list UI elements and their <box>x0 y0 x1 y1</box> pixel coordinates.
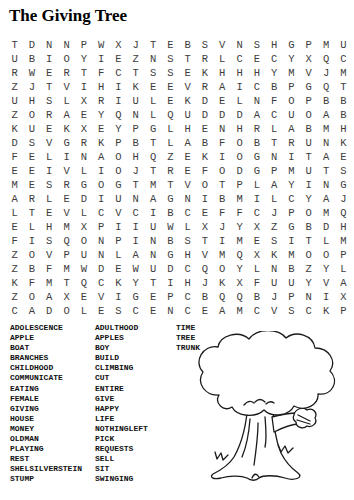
grid-cell[interactable]: T <box>41 80 58 94</box>
grid-cell[interactable]: L <box>265 192 282 206</box>
grid-cell[interactable]: E <box>58 192 75 206</box>
grid-cell[interactable]: Y <box>75 52 92 66</box>
grid-cell[interactable]: B <box>162 206 179 220</box>
grid-cell[interactable]: S <box>265 234 282 248</box>
grid-cell[interactable]: Z <box>6 262 23 276</box>
grid-cell[interactable]: T <box>6 38 23 52</box>
grid-cell[interactable]: E <box>196 122 213 136</box>
grid-cell[interactable]: A <box>144 192 161 206</box>
grid-cell[interactable]: Y <box>110 122 127 136</box>
grid-cell[interactable]: V <box>317 276 334 290</box>
grid-cell[interactable]: O <box>58 52 75 66</box>
grid-cell[interactable]: J <box>317 66 334 80</box>
grid-cell[interactable]: A <box>248 108 265 122</box>
grid-cell[interactable]: R <box>41 108 58 122</box>
grid-cell[interactable]: C <box>110 66 127 80</box>
grid-cell[interactable]: V <box>58 164 75 178</box>
grid-cell[interactable]: H <box>23 94 40 108</box>
grid-cell[interactable]: B <box>23 262 40 276</box>
grid-cell[interactable]: L <box>41 192 58 206</box>
grid-cell[interactable]: I <box>110 80 127 94</box>
grid-cell[interactable]: N <box>92 248 109 262</box>
grid-cell[interactable]: Z <box>6 248 23 262</box>
grid-cell[interactable]: M <box>58 262 75 276</box>
grid-cell[interactable]: K <box>317 304 334 318</box>
grid-cell[interactable]: E <box>6 164 23 178</box>
grid-cell[interactable]: T <box>144 38 161 52</box>
grid-cell[interactable]: H <box>179 248 196 262</box>
grid-cell[interactable]: G <box>248 164 265 178</box>
grid-cell[interactable]: S <box>179 234 196 248</box>
grid-cell[interactable]: L <box>144 108 161 122</box>
grid-cell[interactable]: B <box>196 290 213 304</box>
grid-cell[interactable]: Q <box>75 276 92 290</box>
grid-cell[interactable]: H <box>335 122 352 136</box>
grid-cell[interactable]: E <box>110 262 127 276</box>
grid-cell[interactable]: P <box>300 94 317 108</box>
grid-cell[interactable]: N <box>248 94 265 108</box>
grid-cell[interactable]: I <box>317 290 334 304</box>
grid-cell[interactable]: N <box>214 122 231 136</box>
grid-cell[interactable]: E <box>179 164 196 178</box>
grid-cell[interactable]: Q <box>144 150 161 164</box>
grid-cell[interactable]: J <box>214 220 231 234</box>
grid-cell[interactable]: X <box>75 220 92 234</box>
grid-cell[interactable]: N <box>317 178 334 192</box>
grid-cell[interactable]: A <box>335 276 352 290</box>
grid-cell[interactable]: Y <box>283 52 300 66</box>
grid-cell[interactable]: O <box>75 234 92 248</box>
grid-cell[interactable]: W <box>127 262 144 276</box>
grid-cell[interactable]: J <box>23 80 40 94</box>
grid-cell[interactable]: K <box>335 136 352 150</box>
grid-cell[interactable]: T <box>317 164 334 178</box>
grid-cell[interactable]: I <box>75 80 92 94</box>
grid-cell[interactable]: F <box>6 150 23 164</box>
grid-cell[interactable]: Z <box>127 52 144 66</box>
grid-cell[interactable]: C <box>127 304 144 318</box>
grid-cell[interactable]: V <box>110 206 127 220</box>
grid-cell[interactable]: Q <box>317 52 334 66</box>
grid-cell[interactable]: R <box>6 66 23 80</box>
grid-cell[interactable]: I <box>92 164 109 178</box>
grid-cell[interactable]: O <box>231 150 248 164</box>
grid-cell[interactable]: C <box>179 206 196 220</box>
grid-cell[interactable]: P <box>283 80 300 94</box>
grid-cell[interactable]: K <box>179 94 196 108</box>
grid-cell[interactable]: L <box>75 164 92 178</box>
grid-cell[interactable]: C <box>231 52 248 66</box>
grid-cell[interactable]: A <box>58 108 75 122</box>
grid-cell[interactable]: B <box>179 38 196 52</box>
grid-cell[interactable]: Q <box>231 290 248 304</box>
grid-cell[interactable]: V <box>58 206 75 220</box>
grid-cell[interactable]: K <box>196 66 213 80</box>
grid-cell[interactable]: I <box>283 150 300 164</box>
grid-cell[interactable]: P <box>162 290 179 304</box>
grid-cell[interactable]: C <box>92 206 109 220</box>
grid-cell[interactable]: C <box>283 192 300 206</box>
grid-cell[interactable]: G <box>283 220 300 234</box>
grid-cell[interactable]: L <box>179 220 196 234</box>
grid-cell[interactable]: N <box>231 38 248 52</box>
grid-cell[interactable]: B <box>300 220 317 234</box>
grid-cell[interactable]: L <box>248 262 265 276</box>
grid-cell[interactable]: I <box>92 192 109 206</box>
grid-cell[interactable]: E <box>179 150 196 164</box>
grid-cell[interactable]: M <box>231 192 248 206</box>
grid-cell[interactable]: U <box>144 220 161 234</box>
grid-cell[interactable]: E <box>23 164 40 178</box>
grid-cell[interactable]: Z <box>162 150 179 164</box>
grid-cell[interactable]: D <box>317 220 334 234</box>
grid-cell[interactable]: R <box>58 178 75 192</box>
grid-cell[interactable]: F <box>265 94 282 108</box>
grid-cell[interactable]: K <box>6 122 23 136</box>
grid-cell[interactable]: I <box>110 290 127 304</box>
grid-cell[interactable]: A <box>214 80 231 94</box>
grid-cell[interactable]: T <box>179 52 196 66</box>
grid-cell[interactable]: R <box>58 66 75 80</box>
grid-cell[interactable]: M <box>58 220 75 234</box>
grid-cell[interactable]: L <box>6 206 23 220</box>
grid-cell[interactable]: U <box>6 52 23 66</box>
grid-cell[interactable]: C <box>92 276 109 290</box>
grid-cell[interactable]: X <box>75 122 92 136</box>
grid-cell[interactable]: Q <box>317 80 334 94</box>
grid-cell[interactable]: U <box>127 94 144 108</box>
grid-cell[interactable]: J <box>127 38 144 52</box>
grid-cell[interactable]: P <box>110 136 127 150</box>
grid-cell[interactable]: M <box>283 66 300 80</box>
grid-cell[interactable]: N <box>162 304 179 318</box>
grid-cell[interactable]: H <box>248 66 265 80</box>
grid-cell[interactable]: D <box>196 108 213 122</box>
grid-cell[interactable]: N <box>75 150 92 164</box>
grid-cell[interactable]: C <box>265 108 282 122</box>
grid-cell[interactable]: E <box>6 220 23 234</box>
grid-cell[interactable]: G <box>248 150 265 164</box>
grid-cell[interactable]: F <box>196 164 213 178</box>
grid-cell[interactable]: S <box>283 304 300 318</box>
grid-cell[interactable]: U <box>6 94 23 108</box>
grid-cell[interactable]: A <box>317 150 334 164</box>
grid-cell[interactable]: G <box>144 122 161 136</box>
grid-cell[interactable]: P <box>231 178 248 192</box>
grid-cell[interactable]: N <box>317 136 334 150</box>
grid-cell[interactable]: R <box>92 94 109 108</box>
grid-cell[interactable]: Y <box>283 178 300 192</box>
grid-cell[interactable]: B <box>317 94 334 108</box>
grid-cell[interactable]: I <box>23 234 40 248</box>
grid-cell[interactable]: U <box>300 164 317 178</box>
grid-cell[interactable]: E <box>162 38 179 52</box>
grid-cell[interactable]: H <box>179 276 196 290</box>
grid-cell[interactable]: F <box>214 206 231 220</box>
grid-cell[interactable]: M <box>335 66 352 80</box>
grid-cell[interactable]: L <box>231 94 248 108</box>
grid-cell[interactable]: I <box>127 234 144 248</box>
grid-cell[interactable]: R <box>196 52 213 66</box>
grid-cell[interactable]: X <box>231 276 248 290</box>
grid-cell[interactable]: X <box>248 248 265 262</box>
grid-cell[interactable]: V <box>265 304 282 318</box>
grid-cell[interactable]: I <box>41 164 58 178</box>
grid-cell[interactable]: E <box>92 304 109 318</box>
grid-cell[interactable]: M <box>283 248 300 262</box>
grid-cell[interactable]: R <box>248 122 265 136</box>
grid-cell[interactable]: E <box>196 206 213 220</box>
grid-cell[interactable]: V <box>300 66 317 80</box>
grid-cell[interactable]: G <box>110 178 127 192</box>
grid-cell[interactable]: I <box>58 150 75 164</box>
grid-cell[interactable]: V <box>92 290 109 304</box>
grid-cell[interactable]: Q <box>231 248 248 262</box>
grid-cell[interactable]: W <box>92 38 109 52</box>
grid-cell[interactable]: E <box>41 122 58 136</box>
grid-cell[interactable]: U <box>23 122 40 136</box>
grid-cell[interactable]: E <box>214 94 231 108</box>
grid-cell[interactable]: S <box>162 66 179 80</box>
grid-cell[interactable]: M <box>335 234 352 248</box>
grid-cell[interactable]: Y <box>92 108 109 122</box>
grid-cell[interactable]: G <box>162 192 179 206</box>
grid-cell[interactable]: D <box>75 192 92 206</box>
grid-cell[interactable]: R <box>196 80 213 94</box>
grid-cell[interactable]: T <box>23 206 40 220</box>
grid-cell[interactable]: E <box>144 80 161 94</box>
grid-cell[interactable]: C <box>265 52 282 66</box>
grid-cell[interactable]: H <box>231 66 248 80</box>
grid-cell[interactable]: X <box>58 290 75 304</box>
grid-cell[interactable]: E <box>162 94 179 108</box>
grid-cell[interactable]: Q <box>335 206 352 220</box>
grid-cell[interactable]: J <box>127 164 144 178</box>
grid-cell[interactable]: Y <box>231 262 248 276</box>
grid-cell[interactable]: T <box>127 66 144 80</box>
grid-cell[interactable]: I <box>248 192 265 206</box>
grid-cell[interactable]: Y <box>300 276 317 290</box>
grid-cell[interactable]: C <box>127 206 144 220</box>
grid-cell[interactable]: E <box>75 108 92 122</box>
grid-cell[interactable]: H <box>179 122 196 136</box>
grid-cell[interactable]: H <box>127 150 144 164</box>
grid-cell[interactable]: I <box>144 206 161 220</box>
grid-cell[interactable]: S <box>144 66 161 80</box>
grid-cell[interactable]: L <box>214 52 231 66</box>
grid-cell[interactable]: G <box>283 38 300 52</box>
grid-cell[interactable]: S <box>110 304 127 318</box>
grid-cell[interactable]: A <box>6 192 23 206</box>
grid-cell[interactable]: S <box>41 178 58 192</box>
grid-cell[interactable]: K <box>214 276 231 290</box>
grid-cell[interactable]: F <box>6 234 23 248</box>
grid-cell[interactable]: P <box>58 248 75 262</box>
grid-cell[interactable]: M <box>41 276 58 290</box>
grid-cell[interactable]: E <box>144 290 161 304</box>
grid-cell[interactable]: C <box>248 206 265 220</box>
grid-cell[interactable]: A <box>127 248 144 262</box>
grid-cell[interactable]: L <box>317 234 334 248</box>
grid-cell[interactable]: Y <box>127 276 144 290</box>
grid-cell[interactable]: K <box>127 80 144 94</box>
grid-cell[interactable]: I <box>127 220 144 234</box>
grid-cell[interactable]: C <box>248 80 265 94</box>
grid-cell[interactable]: T <box>144 136 161 150</box>
grid-cell[interactable]: G <box>300 80 317 94</box>
grid-cell[interactable]: N <box>127 192 144 206</box>
grid-cell[interactable]: T <box>144 164 161 178</box>
grid-cell[interactable]: Z <box>265 220 282 234</box>
grid-cell[interactable]: N <box>300 290 317 304</box>
grid-cell[interactable]: D <box>6 136 23 150</box>
grid-cell[interactable]: M <box>283 164 300 178</box>
grid-cell[interactable]: X <box>300 52 317 66</box>
grid-cell[interactable]: K <box>58 122 75 136</box>
grid-cell[interactable]: R <box>23 192 40 206</box>
grid-cell[interactable]: N <box>265 262 282 276</box>
grid-cell[interactable]: C <box>179 290 196 304</box>
grid-cell[interactable]: Z <box>300 262 317 276</box>
grid-cell[interactable]: Q <box>214 290 231 304</box>
grid-cell[interactable]: P <box>92 220 109 234</box>
grid-cell[interactable]: T <box>265 136 282 150</box>
grid-cell[interactable]: O <box>23 290 40 304</box>
grid-cell[interactable]: J <box>265 290 282 304</box>
grid-cell[interactable]: J <box>335 192 352 206</box>
grid-cell[interactable]: V <box>41 136 58 150</box>
grid-cell[interactable]: V <box>58 80 75 94</box>
grid-cell[interactable]: L <box>248 178 265 192</box>
grid-cell[interactable]: D <box>214 108 231 122</box>
grid-cell[interactable]: E <box>23 178 40 192</box>
grid-cell[interactable]: M <box>6 178 23 192</box>
grid-cell[interactable]: G <box>75 178 92 192</box>
grid-cell[interactable]: O <box>231 136 248 150</box>
grid-cell[interactable]: K <box>265 248 282 262</box>
grid-cell[interactable]: A <box>283 122 300 136</box>
grid-cell[interactable]: N <box>144 234 161 248</box>
grid-cell[interactable]: I <box>110 94 127 108</box>
grid-cell[interactable]: N <box>92 234 109 248</box>
grid-cell[interactable]: S <box>41 234 58 248</box>
grid-cell[interactable]: L <box>162 122 179 136</box>
grid-cell[interactable]: L <box>265 122 282 136</box>
grid-cell[interactable]: T <box>144 276 161 290</box>
grid-cell[interactable]: P <box>110 234 127 248</box>
grid-cell[interactable]: I <box>41 52 58 66</box>
grid-cell[interactable]: G <box>335 178 352 192</box>
grid-cell[interactable]: Z <box>6 290 23 304</box>
grid-cell[interactable]: I <box>283 234 300 248</box>
grid-cell[interactable]: I <box>300 178 317 192</box>
grid-cell[interactable]: E <box>41 66 58 80</box>
grid-cell[interactable]: N <box>265 150 282 164</box>
grid-cell[interactable]: Q <box>58 234 75 248</box>
grid-cell[interactable]: T <box>127 178 144 192</box>
grid-cell[interactable]: M <box>317 38 334 52</box>
grid-cell[interactable]: B <box>283 262 300 276</box>
grid-cell[interactable]: K <box>196 150 213 164</box>
grid-cell[interactable]: H <box>92 80 109 94</box>
grid-cell[interactable]: A <box>265 178 282 192</box>
grid-cell[interactable]: A <box>92 150 109 164</box>
grid-cell[interactable]: N <box>144 248 161 262</box>
grid-cell[interactable]: A <box>214 304 231 318</box>
grid-cell[interactable]: L <box>75 206 92 220</box>
grid-cell[interactable]: C <box>335 52 352 66</box>
grid-cell[interactable]: A <box>317 108 334 122</box>
grid-cell[interactable]: O <box>23 108 40 122</box>
grid-cell[interactable]: D <box>41 304 58 318</box>
grid-cell[interactable]: K <box>110 276 127 290</box>
grid-cell[interactable]: D <box>196 94 213 108</box>
grid-cell[interactable]: S <box>196 38 213 52</box>
grid-cell[interactable]: K <box>6 276 23 290</box>
grid-cell[interactable]: G <box>162 248 179 262</box>
grid-cell[interactable]: S <box>248 38 265 52</box>
grid-cell[interactable]: U <box>283 108 300 122</box>
grid-cell[interactable]: X <box>110 38 127 52</box>
grid-cell[interactable]: V <box>214 38 231 52</box>
grid-cell[interactable]: B <box>265 80 282 94</box>
grid-cell[interactable]: V <box>196 248 213 262</box>
grid-cell[interactable]: E <box>41 206 58 220</box>
grid-cell[interactable]: C <box>6 304 23 318</box>
grid-cell[interactable]: B <box>300 122 317 136</box>
grid-cell[interactable]: B <box>248 136 265 150</box>
grid-cell[interactable]: L <box>75 304 92 318</box>
grid-cell[interactable]: L <box>110 248 127 262</box>
grid-cell[interactable]: Y <box>265 66 282 80</box>
grid-cell[interactable]: B <box>335 94 352 108</box>
grid-cell[interactable]: E <box>335 150 352 164</box>
grid-cell[interactable]: L <box>144 94 161 108</box>
grid-cell[interactable]: T <box>75 66 92 80</box>
grid-cell[interactable]: P <box>75 38 92 52</box>
grid-cell[interactable]: B <box>248 290 265 304</box>
grid-cell[interactable]: R <box>283 136 300 150</box>
grid-cell[interactable]: O <box>92 178 109 192</box>
grid-cell[interactable]: K <box>92 136 109 150</box>
grid-cell[interactable]: T <box>214 178 231 192</box>
grid-cell[interactable]: O <box>110 164 127 178</box>
grid-cell[interactable]: P <box>300 38 317 52</box>
grid-cell[interactable]: A <box>179 136 196 150</box>
grid-cell[interactable]: A <box>41 290 58 304</box>
grid-cell[interactable]: P <box>283 206 300 220</box>
grid-cell[interactable]: L <box>41 150 58 164</box>
grid-cell[interactable]: U <box>179 108 196 122</box>
grid-cell[interactable]: I <box>214 150 231 164</box>
grid-cell[interactable]: Q <box>196 262 213 276</box>
grid-cell[interactable]: R <box>75 136 92 150</box>
grid-cell[interactable]: C <box>179 304 196 318</box>
grid-cell[interactable]: L <box>23 220 40 234</box>
grid-cell[interactable]: Z <box>6 108 23 122</box>
grid-cell[interactable]: N <box>127 108 144 122</box>
grid-cell[interactable]: U <box>283 276 300 290</box>
grid-cell[interactable]: M <box>214 248 231 262</box>
grid-cell[interactable]: S <box>335 164 352 178</box>
grid-cell[interactable]: O <box>283 94 300 108</box>
grid-cell[interactable]: V <box>179 80 196 94</box>
grid-cell[interactable]: I <box>231 80 248 94</box>
grid-cell[interactable]: U <box>300 136 317 150</box>
grid-cell[interactable]: O <box>300 206 317 220</box>
grid-cell[interactable]: U <box>110 192 127 206</box>
grid-cell[interactable]: Q <box>162 108 179 122</box>
